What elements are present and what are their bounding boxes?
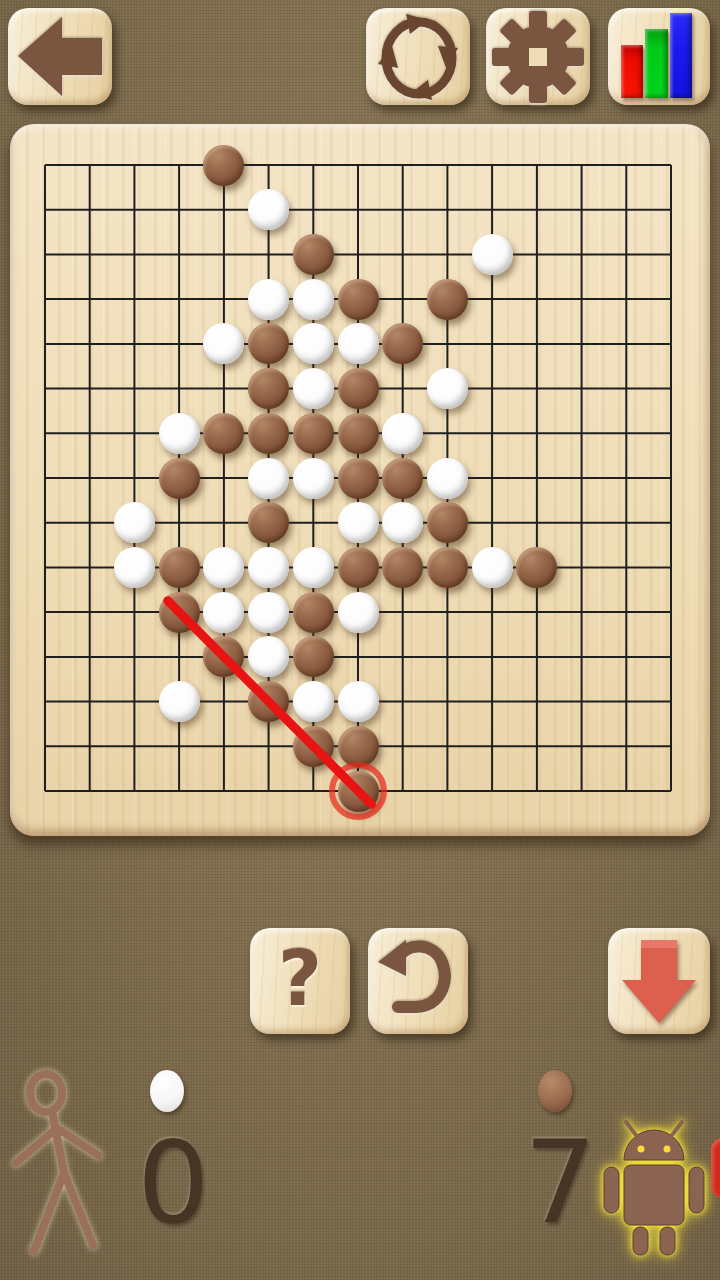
stats-button[interactable] (608, 8, 710, 105)
android-robot-icon (598, 1118, 710, 1258)
undo-button[interactable] (368, 928, 468, 1034)
stats-green-bar (645, 29, 668, 98)
stats-red-bar (621, 45, 643, 98)
android-stone-brown (538, 1070, 572, 1112)
red-edge-decoration (711, 1138, 720, 1198)
down-arrow-button[interactable] (608, 928, 710, 1034)
human-player-icon (6, 1065, 116, 1260)
app-screen: ? 0 7 (0, 0, 720, 1280)
android-score: 7 (524, 1126, 597, 1240)
back-arrow-icon (8, 8, 112, 105)
help-button[interactable]: ? (250, 928, 350, 1034)
red-down-arrow-icon (608, 928, 710, 1034)
game-board[interactable] (10, 124, 710, 836)
restart-button[interactable] (366, 8, 470, 105)
gear-icon (486, 8, 590, 105)
restart-icon (366, 8, 470, 105)
human-stone-white (150, 1070, 184, 1112)
settings-button[interactable] (486, 8, 590, 105)
human-score: 0 (137, 1126, 210, 1240)
back-button[interactable] (8, 8, 112, 105)
question-mark-icon: ? (250, 934, 350, 1023)
undo-arrow-icon (368, 928, 468, 1034)
stats-blue-bar (670, 13, 692, 98)
win-line (10, 124, 710, 836)
